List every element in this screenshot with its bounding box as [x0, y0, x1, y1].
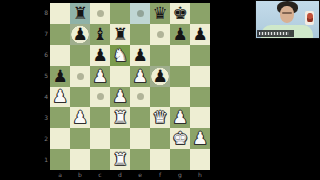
square-g3[interactable]: ♟: [170, 107, 190, 128]
square-h5[interactable]: [190, 66, 210, 87]
square-d3[interactable]: ♜: [110, 107, 130, 128]
square-h7[interactable]: ♟: [190, 24, 210, 45]
white-rook: ♜: [112, 151, 127, 168]
black-bishop: ♝: [92, 26, 107, 43]
square-g5[interactable]: [170, 66, 190, 87]
square-e7[interactable]: [130, 24, 150, 45]
square-h1[interactable]: [190, 149, 210, 170]
chess-board[interactable]: ♜♛♚♟♝♜♟♟♟♞♟♟♟♟♟♟♟♟♜♛♟♚♟♜: [50, 3, 210, 170]
webcam-logo-badge: [305, 11, 314, 25]
black-king: ♚: [172, 5, 187, 22]
file-label-d: d: [110, 172, 130, 178]
square-d6[interactable]: ♞: [110, 45, 130, 66]
webcam-person-face: [280, 6, 294, 23]
square-e8[interactable]: [130, 3, 150, 24]
square-c6[interactable]: ♟: [90, 45, 110, 66]
square-c3[interactable]: [90, 107, 110, 128]
rank-label-6: 6: [42, 52, 48, 58]
square-a5[interactable]: ♟: [50, 66, 70, 87]
square-f5[interactable]: ♟: [150, 66, 170, 87]
square-g2[interactable]: ♚: [170, 128, 190, 149]
square-d5[interactable]: [110, 66, 130, 87]
square-f1[interactable]: [150, 149, 170, 170]
square-d1[interactable]: ♜: [110, 149, 130, 170]
file-label-e: e: [130, 172, 150, 178]
black-pawn: ♟: [192, 26, 207, 43]
square-b8[interactable]: ♜: [70, 3, 90, 24]
square-h4[interactable]: [190, 87, 210, 108]
white-pawn: ♟: [172, 109, 187, 126]
square-a3[interactable]: [50, 107, 70, 128]
black-queen: ♛: [152, 5, 167, 22]
square-h6[interactable]: [190, 45, 210, 66]
square-e3[interactable]: [130, 107, 150, 128]
file-label-a: a: [50, 172, 70, 178]
black-pawn: ♟: [172, 26, 187, 43]
white-rook: ♜: [112, 109, 127, 126]
square-c8[interactable]: [90, 3, 110, 24]
square-b6[interactable]: [70, 45, 90, 66]
white-pawn: ♟: [192, 130, 207, 147]
black-pawn: ♟: [152, 68, 167, 85]
black-pawn: ♟: [132, 47, 147, 64]
square-c1[interactable]: [90, 149, 110, 170]
square-a1[interactable]: [50, 149, 70, 170]
square-f3[interactable]: ♛: [150, 107, 170, 128]
white-pawn: ♟: [92, 68, 107, 85]
file-label-f: f: [150, 172, 170, 178]
square-g8[interactable]: ♚: [170, 3, 190, 24]
square-b4[interactable]: [70, 87, 90, 108]
white-pawn: ♟: [52, 88, 67, 105]
square-d8[interactable]: [110, 3, 130, 24]
stream-canvas: ♜♛♚♟♝♜♟♟♟♞♟♟♟♟♟♟♟♟♜♛♟♚♟♜ 87654321abcdefg…: [0, 0, 320, 180]
rank-label-8: 8: [42, 10, 48, 16]
black-pawn: ♟: [92, 47, 107, 64]
square-b2[interactable]: [70, 128, 90, 149]
square-a4[interactable]: ♟: [50, 87, 70, 108]
square-d2[interactable]: [110, 128, 130, 149]
square-b3[interactable]: ♟: [70, 107, 90, 128]
white-knight: ♞: [112, 47, 127, 64]
white-queen: ♛: [152, 109, 167, 126]
white-pawn: ♟: [132, 68, 147, 85]
square-a2[interactable]: [50, 128, 70, 149]
square-f6[interactable]: [150, 45, 170, 66]
square-g4[interactable]: [170, 87, 190, 108]
square-g7[interactable]: ♟: [170, 24, 190, 45]
square-h8[interactable]: [190, 3, 210, 24]
square-e1[interactable]: [130, 149, 150, 170]
white-pawn: ♟: [112, 88, 127, 105]
black-pawn: ♟: [72, 26, 87, 43]
square-h3[interactable]: [190, 107, 210, 128]
black-pawn: ♟: [52, 68, 67, 85]
black-rook: ♜: [72, 5, 87, 22]
file-label-h: h: [190, 172, 210, 178]
rank-label-7: 7: [42, 31, 48, 37]
square-c5[interactable]: ♟: [90, 66, 110, 87]
rank-label-1: 1: [42, 157, 48, 163]
webcam-overlay: [256, 1, 319, 38]
square-f2[interactable]: [150, 128, 170, 149]
square-e4[interactable]: [130, 87, 150, 108]
square-b1[interactable]: [70, 149, 90, 170]
square-c7[interactable]: ♝: [90, 24, 110, 45]
file-label-g: g: [170, 172, 190, 178]
file-label-c: c: [90, 172, 110, 178]
square-a7[interactable]: [50, 24, 70, 45]
square-f4[interactable]: [150, 87, 170, 108]
webcam-name-label: [257, 30, 294, 37]
square-e6[interactable]: ♟: [130, 45, 150, 66]
square-f8[interactable]: ♛: [150, 3, 170, 24]
square-a8[interactable]: [50, 3, 70, 24]
file-label-b: b: [70, 172, 90, 178]
white-pawn: ♟: [72, 109, 87, 126]
square-h2[interactable]: ♟: [190, 128, 210, 149]
square-g1[interactable]: [170, 149, 190, 170]
square-b7[interactable]: ♟: [70, 24, 90, 45]
square-d4[interactable]: ♟: [110, 87, 130, 108]
square-e2[interactable]: [130, 128, 150, 149]
square-c2[interactable]: [90, 128, 110, 149]
white-king: ♚: [172, 130, 187, 147]
square-d7[interactable]: ♜: [110, 24, 130, 45]
square-e5[interactable]: ♟: [130, 66, 150, 87]
rank-label-4: 4: [42, 94, 48, 100]
square-a6[interactable]: [50, 45, 70, 66]
square-b5[interactable]: [70, 66, 90, 87]
rank-label-5: 5: [42, 73, 48, 79]
rank-label-2: 2: [42, 136, 48, 142]
square-f7[interactable]: [150, 24, 170, 45]
square-g6[interactable]: [170, 45, 190, 66]
rank-label-3: 3: [42, 115, 48, 121]
square-c4[interactable]: [90, 87, 110, 108]
black-rook: ♜: [112, 26, 127, 43]
